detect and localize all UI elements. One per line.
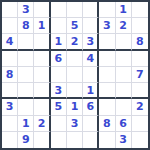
cell-r9c3[interactable]: [34, 132, 50, 148]
cell-r4c6[interactable]: 4: [83, 51, 99, 67]
cell-r5c6[interactable]: [83, 67, 99, 83]
cell-r9c6[interactable]: [83, 132, 99, 148]
given-digit: 2: [136, 101, 144, 112]
cell-r8c2[interactable]: 1: [18, 116, 34, 132]
cell-r6c2[interactable]: [18, 83, 34, 99]
cell-r6c4[interactable]: 3: [51, 83, 67, 99]
cell-r2c1[interactable]: [2, 18, 18, 34]
cell-r7c2[interactable]: [18, 99, 34, 115]
cell-r1c3[interactable]: [34, 2, 50, 18]
given-digit: 2: [38, 118, 46, 129]
cell-r9c8[interactable]: 3: [116, 132, 132, 148]
cell-r4c1[interactable]: [2, 51, 18, 67]
cell-r6c6[interactable]: 1: [83, 83, 99, 99]
cell-r7c5[interactable]: 1: [67, 99, 83, 115]
given-digit: 3: [6, 101, 14, 112]
cell-r4c7[interactable]: [99, 51, 115, 67]
cell-r4c2[interactable]: [18, 51, 34, 67]
given-digit: 3: [119, 134, 127, 145]
cell-r5c5[interactable]: [67, 67, 83, 83]
cell-r2c6[interactable]: [83, 18, 99, 34]
given-digit: 6: [54, 53, 62, 64]
cell-r4c5[interactable]: [67, 51, 83, 67]
cell-r6c8[interactable]: [116, 83, 132, 99]
cell-r7c4[interactable]: 5: [51, 99, 67, 115]
cell-r1c4[interactable]: [51, 2, 67, 18]
given-digit: 4: [86, 53, 94, 64]
cell-r2c3[interactable]: 1: [34, 18, 50, 34]
given-digit: 1: [86, 85, 94, 96]
given-digit: 7: [136, 69, 144, 80]
cell-r5c7[interactable]: [99, 67, 115, 83]
given-digit: 3: [86, 36, 94, 47]
cell-r3c1[interactable]: 4: [2, 34, 18, 50]
cell-r4c9[interactable]: [132, 51, 148, 67]
given-digit: 4: [6, 36, 14, 47]
cell-r4c4[interactable]: 6: [51, 51, 67, 67]
cell-r2c2[interactable]: 8: [18, 18, 34, 34]
cell-r3c4[interactable]: 1: [51, 34, 67, 50]
cell-r6c9[interactable]: [132, 83, 148, 99]
cell-r2c8[interactable]: 2: [116, 18, 132, 34]
cell-r3c7[interactable]: [99, 34, 115, 50]
cell-r2c4[interactable]: [51, 18, 67, 34]
cell-r1c2[interactable]: 3: [18, 2, 34, 18]
cell-r3c3[interactable]: [34, 34, 50, 50]
given-digit: 2: [71, 36, 79, 47]
given-digit: 3: [103, 20, 111, 31]
given-digit: 1: [71, 101, 79, 112]
cell-r7c7[interactable]: [99, 99, 115, 115]
cell-r1c7[interactable]: [99, 2, 115, 18]
cell-r3c8[interactable]: [116, 34, 132, 50]
given-digit: 1: [119, 4, 127, 15]
given-digit: 8: [103, 118, 111, 129]
cell-r8c7[interactable]: 8: [99, 116, 115, 132]
cell-r5c8[interactable]: [116, 67, 132, 83]
cell-r3c9[interactable]: 8: [132, 34, 148, 50]
given-digit: 6: [119, 118, 127, 129]
cell-r9c5[interactable]: [67, 132, 83, 148]
sudoku-board: 318153241238648731351621238693: [0, 0, 150, 150]
given-digit: 3: [71, 118, 79, 129]
cell-r8c3[interactable]: 2: [34, 116, 50, 132]
given-digit: 1: [38, 20, 46, 31]
cell-r5c3[interactable]: [34, 67, 50, 83]
cell-r2c9[interactable]: [132, 18, 148, 34]
cell-r4c3[interactable]: [34, 51, 50, 67]
cell-r7c9[interactable]: 2: [132, 99, 148, 115]
given-digit: 5: [54, 101, 62, 112]
cell-r9c2[interactable]: 9: [18, 132, 34, 148]
cell-r8c5[interactable]: 3: [67, 116, 83, 132]
cell-r3c2[interactable]: [18, 34, 34, 50]
cell-r7c3[interactable]: [34, 99, 50, 115]
cell-r9c4[interactable]: [51, 132, 67, 148]
given-digit: 6: [86, 101, 94, 112]
cell-r1c8[interactable]: 1: [116, 2, 132, 18]
cell-r5c2[interactable]: [18, 67, 34, 83]
cell-r1c1[interactable]: [2, 2, 18, 18]
cell-r7c1[interactable]: 3: [2, 99, 18, 115]
cell-r8c6[interactable]: [83, 116, 99, 132]
cell-r2c5[interactable]: 5: [67, 18, 83, 34]
cell-r6c1[interactable]: [2, 83, 18, 99]
cell-r7c6[interactable]: 6: [83, 99, 99, 115]
cell-r3c6[interactable]: 3: [83, 34, 99, 50]
given-digit: 8: [136, 36, 144, 47]
cell-r4c8[interactable]: [116, 51, 132, 67]
cell-r1c6[interactable]: [83, 2, 99, 18]
cell-r1c5[interactable]: [67, 2, 83, 18]
cell-r8c1[interactable]: [2, 116, 18, 132]
given-digit: 8: [6, 69, 14, 80]
cell-r5c9[interactable]: 7: [132, 67, 148, 83]
cell-r2c7[interactable]: 3: [99, 18, 115, 34]
given-digit: 5: [71, 20, 79, 31]
cell-r6c5[interactable]: [67, 83, 83, 99]
given-digit: 1: [22, 118, 30, 129]
cell-r6c3[interactable]: [34, 83, 50, 99]
given-digit: 1: [54, 36, 62, 47]
given-digit: 8: [22, 20, 30, 31]
cell-r8c8[interactable]: 6: [116, 116, 132, 132]
cell-r9c9[interactable]: [132, 132, 148, 148]
cell-r8c4[interactable]: [51, 116, 67, 132]
cell-r3c5[interactable]: 2: [67, 34, 83, 50]
given-digit: 3: [54, 85, 62, 96]
cell-r5c4[interactable]: [51, 67, 67, 83]
cell-r9c7[interactable]: [99, 132, 115, 148]
cell-r6c7[interactable]: [99, 83, 115, 99]
given-digit: 9: [22, 134, 30, 145]
cell-r1c9[interactable]: [132, 2, 148, 18]
given-digit: 3: [22, 4, 30, 15]
cell-r9c1[interactable]: [2, 132, 18, 148]
cell-r7c8[interactable]: [116, 99, 132, 115]
cell-r8c9[interactable]: [132, 116, 148, 132]
cell-r5c1[interactable]: 8: [2, 67, 18, 83]
given-digit: 2: [119, 20, 127, 31]
